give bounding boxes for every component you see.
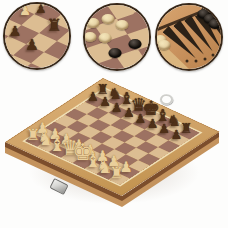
inset-piece-dark-rook: ♜: [46, 17, 61, 34]
product-photo-3in1-wooden-game-set: ♟♟♟♜♟ ♜♞♝♛♚♝♞♜♟♟♟♟♟♟♟♟♟♟♟♟♟♟♟♟♜♞♝♛♚♝♞♜: [0, 0, 228, 228]
checker-dark-disc: [109, 48, 122, 58]
inset-piece-dark-pawn: ♟: [9, 24, 22, 38]
backgammon-peg-hole: [186, 60, 189, 63]
inset-checker-discs: [85, 5, 149, 69]
backgammon-peg-hole: [204, 58, 207, 61]
piece-light-rook: ♜: [108, 165, 124, 181]
backgammon-peg-hole: [219, 49, 222, 52]
backgammon-checker-light: [158, 40, 171, 50]
inset-checkers-closeup: [83, 3, 151, 71]
backgammon-peg-hole: [212, 54, 215, 57]
piece-dark-pawn: ♟: [168, 129, 184, 142]
backgammon-checker-dark: [209, 19, 222, 29]
checker-light-disc: [87, 18, 100, 28]
backgammon-points-and-checkers: [157, 5, 221, 69]
inset-chess-pieces: ♟♟♟♜♟: [5, 4, 69, 68]
inset-chess-closeup: ♟♟♟♜♟: [3, 2, 71, 70]
backgammon-peg-hole: [195, 60, 198, 63]
checker-light-disc: [84, 32, 97, 42]
checker-light-disc: [116, 20, 129, 30]
checker-light-disc: [99, 33, 112, 43]
checker-dark-disc: [129, 39, 142, 49]
inset-piece-dark-pawn: ♟: [25, 38, 38, 53]
inset-piece-light-pawn: ♟: [19, 4, 31, 17]
inset-backgammon-closeup: [155, 3, 223, 71]
checker-light-disc: [102, 14, 115, 24]
inset-piece-dark-pawn: ♟: [36, 3, 47, 15]
